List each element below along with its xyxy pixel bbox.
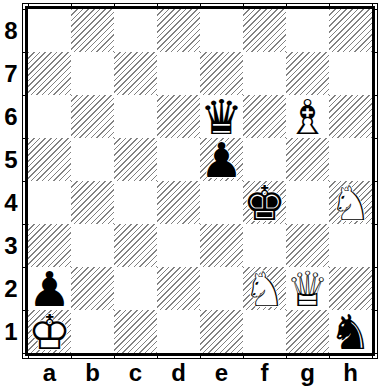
piece-glyph: ♛: [200, 95, 243, 138]
square-c5[interactable]: [114, 138, 157, 181]
piece-glyph: ♟: [28, 267, 71, 310]
piece-glyph: ♚: [243, 181, 286, 224]
square-d1[interactable]: [157, 310, 200, 353]
square-e7[interactable]: [200, 52, 243, 95]
square-a1[interactable]: ♚♔: [28, 310, 71, 353]
file-label-g: g: [286, 359, 329, 387]
piece-outline-layer: ♗: [286, 95, 329, 138]
square-g5[interactable]: [286, 138, 329, 181]
square-a3[interactable]: [28, 224, 71, 267]
square-d2[interactable]: [157, 267, 200, 310]
square-g8[interactable]: [286, 9, 329, 52]
white-knight-h4: ♞♘: [329, 181, 372, 224]
black-pawn-a2: ♟: [28, 267, 71, 310]
piece-outline-layer: ♘: [329, 181, 372, 224]
square-g1[interactable]: [286, 310, 329, 353]
white-king-a1: ♚♔: [28, 310, 71, 353]
square-c4[interactable]: [114, 181, 157, 224]
square-d6[interactable]: [157, 95, 200, 138]
rank-label-8: 8: [0, 9, 22, 52]
square-a8[interactable]: [28, 9, 71, 52]
square-b7[interactable]: [71, 52, 114, 95]
file-labels: abcdefgh: [28, 359, 372, 387]
square-f6[interactable]: [243, 95, 286, 138]
square-d7[interactable]: [157, 52, 200, 95]
square-h8[interactable]: [329, 9, 372, 52]
square-e1[interactable]: [200, 310, 243, 353]
square-a7[interactable]: [28, 52, 71, 95]
square-c2[interactable]: [114, 267, 157, 310]
chess-diagram: 87654321 ♛♝♗♟♚♞♘♟♞♘♛♕♚♔♞ abcdefgh: [0, 0, 381, 387]
square-g2[interactable]: ♛♕: [286, 267, 329, 310]
white-bishop-g6: ♝♗: [286, 95, 329, 138]
square-d5[interactable]: [157, 138, 200, 181]
piece-glyph: ♞: [329, 310, 372, 353]
square-b5[interactable]: [71, 138, 114, 181]
file-label-a: a: [28, 359, 71, 387]
square-f4[interactable]: ♚: [243, 181, 286, 224]
piece-fill-layer: ♝: [286, 95, 329, 138]
square-f7[interactable]: [243, 52, 286, 95]
square-f1[interactable]: [243, 310, 286, 353]
square-b1[interactable]: [71, 310, 114, 353]
rank-label-3: 3: [0, 224, 22, 267]
square-b8[interactable]: [71, 9, 114, 52]
piece-fill-layer: ♞: [243, 267, 286, 310]
square-h4[interactable]: ♞♘: [329, 181, 372, 224]
square-c8[interactable]: [114, 9, 157, 52]
file-label-h: h: [329, 359, 372, 387]
square-e4[interactable]: [200, 181, 243, 224]
piece-outline-layer: ♘: [243, 267, 286, 310]
square-d8[interactable]: [157, 9, 200, 52]
square-d4[interactable]: [157, 181, 200, 224]
square-f8[interactable]: [243, 9, 286, 52]
square-h1[interactable]: ♞: [329, 310, 372, 353]
square-b4[interactable]: [71, 181, 114, 224]
black-queen-e6: ♛: [200, 95, 243, 138]
board-border: ♛♝♗♟♚♞♘♟♞♘♛♕♚♔♞: [22, 3, 378, 359]
square-b3[interactable]: [71, 224, 114, 267]
square-h3[interactable]: [329, 224, 372, 267]
piece-outline-layer: ♔: [28, 310, 71, 353]
piece-outline-layer: ♕: [286, 267, 329, 310]
file-label-e: e: [200, 359, 243, 387]
file-label-d: d: [157, 359, 200, 387]
white-queen-g2: ♛♕: [286, 267, 329, 310]
square-d3[interactable]: [157, 224, 200, 267]
square-c6[interactable]: [114, 95, 157, 138]
square-f3[interactable]: [243, 224, 286, 267]
piece-fill-layer: ♞: [329, 181, 372, 224]
square-g3[interactable]: [286, 224, 329, 267]
black-pawn-e5: ♟: [200, 138, 243, 181]
square-e5[interactable]: ♟: [200, 138, 243, 181]
piece-fill-layer: ♚: [28, 310, 71, 353]
square-c3[interactable]: [114, 224, 157, 267]
rank-label-7: 7: [0, 52, 22, 95]
square-h5[interactable]: [329, 138, 372, 181]
square-c1[interactable]: [114, 310, 157, 353]
rank-label-4: 4: [0, 181, 22, 224]
square-h6[interactable]: [329, 95, 372, 138]
rank-label-1: 1: [0, 310, 22, 353]
piece-fill-layer: ♛: [286, 267, 329, 310]
file-label-b: b: [71, 359, 114, 387]
square-g4[interactable]: [286, 181, 329, 224]
black-knight-h1: ♞: [329, 310, 372, 353]
square-c7[interactable]: [114, 52, 157, 95]
square-h7[interactable]: [329, 52, 372, 95]
square-g6[interactable]: ♝♗: [286, 95, 329, 138]
square-g7[interactable]: [286, 52, 329, 95]
square-a5[interactable]: [28, 138, 71, 181]
square-f5[interactable]: [243, 138, 286, 181]
square-b2[interactable]: [71, 267, 114, 310]
rank-labels: 87654321: [0, 9, 22, 353]
square-h2[interactable]: [329, 267, 372, 310]
board-grid: ♛♝♗♟♚♞♘♟♞♘♛♕♚♔♞: [28, 9, 372, 353]
square-e3[interactable]: [200, 224, 243, 267]
piece-glyph: ♟: [200, 138, 243, 181]
square-e2[interactable]: [200, 267, 243, 310]
file-label-c: c: [114, 359, 157, 387]
rank-label-6: 6: [0, 95, 22, 138]
file-label-f: f: [243, 359, 286, 387]
rank-label-5: 5: [0, 138, 22, 181]
square-a6[interactable]: [28, 95, 71, 138]
white-knight-f2: ♞♘: [243, 267, 286, 310]
square-a4[interactable]: [28, 181, 71, 224]
square-b6[interactable]: [71, 95, 114, 138]
square-f2[interactable]: ♞♘: [243, 267, 286, 310]
square-e8[interactable]: [200, 9, 243, 52]
board: ♛♝♗♟♚♞♘♟♞♘♛♕♚♔♞: [25, 6, 375, 356]
square-e6[interactable]: ♛: [200, 95, 243, 138]
rank-label-2: 2: [0, 267, 22, 310]
black-king-f4: ♚: [243, 181, 286, 224]
square-a2[interactable]: ♟: [28, 267, 71, 310]
